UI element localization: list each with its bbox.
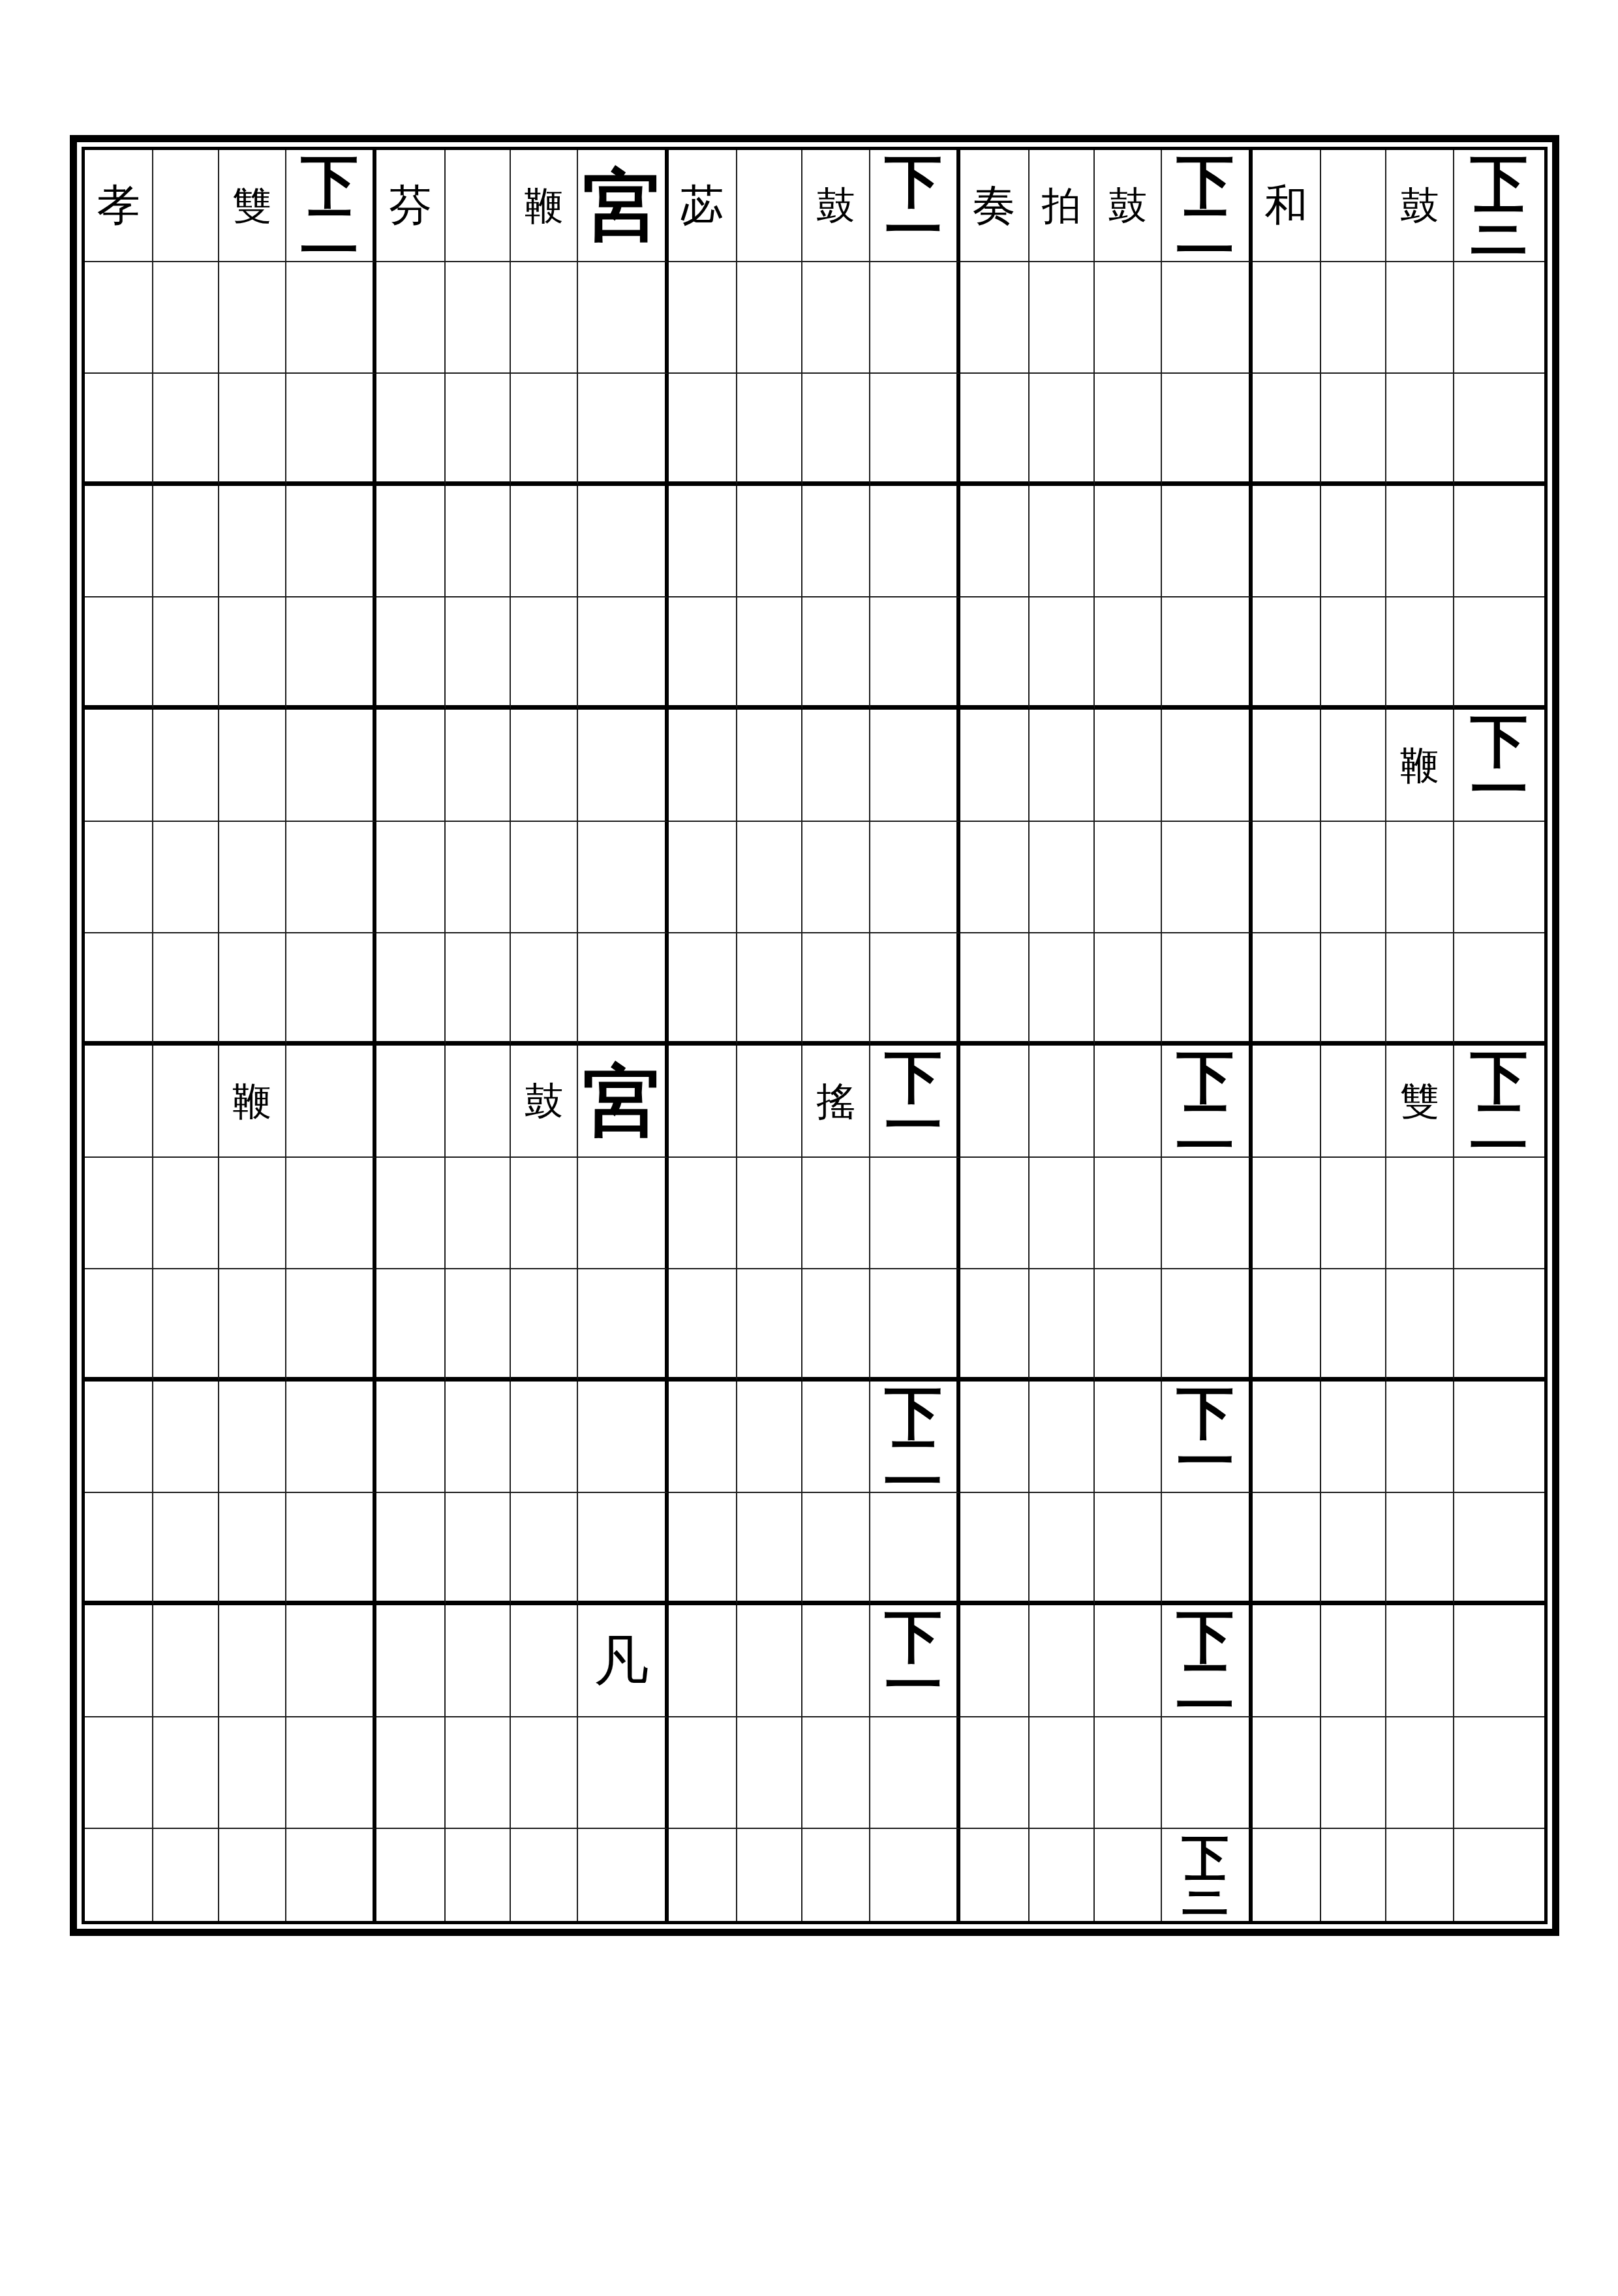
pitch-sign: 下一 bbox=[885, 1612, 942, 1710]
cell-r4-c12 bbox=[870, 486, 960, 598]
cell-r7-c3 bbox=[219, 822, 286, 934]
cell-r5-c7 bbox=[511, 597, 578, 710]
cell-r11-c4 bbox=[286, 1269, 376, 1382]
pitch-char: 一 bbox=[885, 1101, 942, 1150]
cell-r8-c15 bbox=[1095, 933, 1162, 1046]
cell-r12-c11 bbox=[802, 1382, 870, 1494]
cell-r11-c12 bbox=[870, 1269, 960, 1382]
cell-r9-c9 bbox=[669, 1046, 737, 1158]
cell-r10-c8 bbox=[578, 1158, 668, 1270]
cell-r16-c18 bbox=[1321, 1829, 1386, 1921]
cell-r3-c4 bbox=[286, 374, 376, 486]
note-cell-r1-c19: 鼓 bbox=[1386, 150, 1454, 262]
percussion-glyph: 雙 bbox=[1400, 1081, 1439, 1121]
cell-r12-c2 bbox=[153, 1382, 219, 1494]
cell-r15-c19 bbox=[1386, 1717, 1454, 1830]
cell-r10-c14 bbox=[1030, 1158, 1095, 1270]
cell-r14-c17 bbox=[1253, 1605, 1321, 1717]
cell-r12-c6 bbox=[446, 1382, 511, 1494]
pitch-sign: 下二 bbox=[301, 157, 358, 254]
cell-r16-c8 bbox=[578, 1829, 668, 1921]
pitch-sign: 下一 bbox=[885, 157, 942, 254]
cell-r9-c18 bbox=[1321, 1046, 1386, 1158]
cell-r8-c11 bbox=[802, 933, 870, 1046]
cell-r12-c13 bbox=[960, 1382, 1029, 1494]
cell-r8-c12 bbox=[870, 933, 960, 1046]
cell-r7-c10 bbox=[737, 822, 802, 934]
cell-r8-c3 bbox=[219, 933, 286, 1046]
cell-r14-c13 bbox=[960, 1605, 1029, 1717]
cell-r13-c13 bbox=[960, 1493, 1029, 1605]
cell-r15-c11 bbox=[802, 1717, 870, 1830]
cell-r6-c3 bbox=[219, 710, 286, 822]
pitch-sign: 下一 bbox=[1176, 1388, 1234, 1486]
pitch-glyph: 宮 bbox=[583, 167, 660, 244]
cell-r7-c6 bbox=[446, 822, 511, 934]
cell-r16-c15 bbox=[1095, 1829, 1162, 1921]
cell-r16-c14 bbox=[1030, 1829, 1095, 1921]
cell-r3-c5 bbox=[376, 374, 445, 486]
cell-r3-c8 bbox=[578, 374, 668, 486]
cell-r2-c6 bbox=[446, 262, 511, 374]
note-cell-r1-c12: 下一 bbox=[870, 150, 960, 262]
cell-r2-c4 bbox=[286, 262, 376, 374]
cell-r10-c17 bbox=[1253, 1158, 1321, 1270]
cell-r2-c2 bbox=[153, 262, 219, 374]
cell-r14-c1 bbox=[85, 1605, 153, 1717]
pitch-char: 二 bbox=[1176, 1101, 1234, 1150]
cell-r11-c18 bbox=[1321, 1269, 1386, 1382]
cell-r10-c7 bbox=[511, 1158, 578, 1270]
note-cell-r9-c8: 宮 bbox=[578, 1046, 668, 1158]
cell-r13-c19 bbox=[1386, 1493, 1454, 1605]
cell-r10-c4 bbox=[286, 1158, 376, 1270]
cell-r12-c20 bbox=[1454, 1382, 1544, 1494]
cell-r5-c16 bbox=[1162, 597, 1252, 710]
cell-r1-c6 bbox=[446, 150, 511, 262]
percussion-glyph: 鼓 bbox=[1400, 186, 1439, 225]
pitch-char: 三 bbox=[1471, 205, 1528, 254]
cell-r11-c11 bbox=[802, 1269, 870, 1382]
cell-r8-c5 bbox=[376, 933, 445, 1046]
cell-r3-c1 bbox=[85, 374, 153, 486]
cell-r14-c14 bbox=[1030, 1605, 1095, 1717]
cell-r14-c2 bbox=[153, 1605, 219, 1717]
cell-r3-c10 bbox=[737, 374, 802, 486]
cell-r11-c8 bbox=[578, 1269, 668, 1382]
percussion-glyph: 鼓 bbox=[1108, 186, 1147, 225]
cell-r6-c17 bbox=[1253, 710, 1321, 822]
cell-r5-c11 bbox=[802, 597, 870, 710]
cell-r7-c18 bbox=[1321, 822, 1386, 934]
cell-r14-c18 bbox=[1321, 1605, 1386, 1717]
cell-r10-c19 bbox=[1386, 1158, 1454, 1270]
cell-r8-c2 bbox=[153, 933, 219, 1046]
cell-r6-c16 bbox=[1162, 710, 1252, 822]
note-cell-r9-c11: 搖 bbox=[802, 1046, 870, 1158]
cell-r9-c14 bbox=[1030, 1046, 1095, 1158]
cell-r5-c1 bbox=[85, 597, 153, 710]
cell-r11-c13 bbox=[960, 1269, 1029, 1382]
cell-r14-c11 bbox=[802, 1605, 870, 1717]
note-cell-r1-c8: 宮 bbox=[578, 150, 668, 262]
cell-r14-c3 bbox=[219, 1605, 286, 1717]
percussion-glyph: 鞭 bbox=[232, 1081, 271, 1121]
cell-r2-c1 bbox=[85, 262, 153, 374]
cell-r13-c12 bbox=[870, 1493, 960, 1605]
cell-r13-c10 bbox=[737, 1493, 802, 1605]
jeonggan-grid: 孝雙下二芬鞭宮苾鼓下一奏拍鼓下二和鼓下三鞭下一鞭鼓宮搖下一下二雙下二下二下一凡下… bbox=[82, 147, 1548, 1924]
pitch-char: 二 bbox=[1176, 1661, 1234, 1710]
cell-r1-c10 bbox=[737, 150, 802, 262]
cell-r13-c9 bbox=[669, 1493, 737, 1605]
cell-r2-c9 bbox=[669, 262, 737, 374]
pitch-sign: 下二 bbox=[1176, 1612, 1234, 1710]
cell-r13-c3 bbox=[219, 1493, 286, 1605]
cell-r5-c13 bbox=[960, 597, 1029, 710]
cell-r5-c20 bbox=[1454, 597, 1544, 710]
lyric-glyph: 和 bbox=[1264, 184, 1307, 227]
cell-r16-c19 bbox=[1386, 1829, 1454, 1921]
cell-r10-c12 bbox=[870, 1158, 960, 1270]
cell-r4-c6 bbox=[446, 486, 511, 598]
pitch-sign: 下二 bbox=[885, 1388, 942, 1486]
cell-r11-c16 bbox=[1162, 1269, 1252, 1382]
cell-r5-c9 bbox=[669, 597, 737, 710]
cell-r16-c5 bbox=[376, 1829, 445, 1921]
note-cell-r6-c19: 鞭 bbox=[1386, 710, 1454, 822]
cell-r11-c15 bbox=[1095, 1269, 1162, 1382]
cell-r5-c19 bbox=[1386, 597, 1454, 710]
cell-r7-c17 bbox=[1253, 822, 1321, 934]
cell-r4-c17 bbox=[1253, 486, 1321, 598]
pitch-char: 一 bbox=[885, 1661, 942, 1710]
cell-r2-c8 bbox=[578, 262, 668, 374]
cell-r4-c2 bbox=[153, 486, 219, 598]
cell-r9-c1 bbox=[85, 1046, 153, 1158]
pitch-sign: 下二 bbox=[1176, 157, 1234, 254]
cell-r2-c20 bbox=[1454, 262, 1544, 374]
cell-r3-c13 bbox=[960, 374, 1029, 486]
cell-r15-c13 bbox=[960, 1717, 1029, 1830]
note-cell-r1-c9: 苾 bbox=[669, 150, 737, 262]
pitch-char: 三 bbox=[1182, 1875, 1229, 1914]
cell-r11-c14 bbox=[1030, 1269, 1095, 1382]
cell-r14-c4 bbox=[286, 1605, 376, 1717]
cell-r1-c18 bbox=[1321, 150, 1386, 262]
cell-r2-c14 bbox=[1030, 262, 1095, 374]
cell-r15-c6 bbox=[446, 1717, 511, 1830]
cell-r3-c20 bbox=[1454, 374, 1544, 486]
cell-r15-c3 bbox=[219, 1717, 286, 1830]
cell-r12-c3 bbox=[219, 1382, 286, 1494]
cell-r5-c15 bbox=[1095, 597, 1162, 710]
cell-r11-c10 bbox=[737, 1269, 802, 1382]
cell-r7-c2 bbox=[153, 822, 219, 934]
cell-r5-c4 bbox=[286, 597, 376, 710]
cell-r12-c5 bbox=[376, 1382, 445, 1494]
cell-r2-c3 bbox=[219, 262, 286, 374]
cell-r12-c1 bbox=[85, 1382, 153, 1494]
note-cell-r14-c8: 凡 bbox=[578, 1605, 668, 1717]
cell-r7-c13 bbox=[960, 822, 1029, 934]
cell-r4-c10 bbox=[737, 486, 802, 598]
cell-r7-c7 bbox=[511, 822, 578, 934]
cell-r9-c2 bbox=[153, 1046, 219, 1158]
cell-r15-c14 bbox=[1030, 1717, 1095, 1830]
cell-r4-c3 bbox=[219, 486, 286, 598]
cell-r14-c19 bbox=[1386, 1605, 1454, 1717]
cell-r13-c11 bbox=[802, 1493, 870, 1605]
cell-r11-c3 bbox=[219, 1269, 286, 1382]
cell-r13-c4 bbox=[286, 1493, 376, 1605]
cell-r4-c9 bbox=[669, 486, 737, 598]
percussion-glyph: 雙 bbox=[232, 186, 271, 225]
cell-r4-c4 bbox=[286, 486, 376, 598]
cell-r8-c14 bbox=[1030, 933, 1095, 1046]
cell-r5-c5 bbox=[376, 597, 445, 710]
note-cell-r1-c5: 芬 bbox=[376, 150, 445, 262]
cell-r5-c12 bbox=[870, 597, 960, 710]
cell-r16-c7 bbox=[511, 1829, 578, 1921]
lyric-glyph: 苾 bbox=[680, 184, 724, 227]
pitch-char: 一 bbox=[885, 205, 942, 254]
cell-r4-c5 bbox=[376, 486, 445, 598]
lyric-glyph: 芬 bbox=[389, 184, 432, 227]
cell-r6-c1 bbox=[85, 710, 153, 822]
note-cell-r14-c12: 下一 bbox=[870, 1605, 960, 1717]
cell-r7-c14 bbox=[1030, 822, 1095, 934]
cell-r11-c1 bbox=[85, 1269, 153, 1382]
cell-r16-c4 bbox=[286, 1829, 376, 1921]
cell-r6-c5 bbox=[376, 710, 445, 822]
cell-r11-c6 bbox=[446, 1269, 511, 1382]
pitch-char: 二 bbox=[301, 205, 358, 254]
cell-r14-c6 bbox=[446, 1605, 511, 1717]
cell-r8-c7 bbox=[511, 933, 578, 1046]
percussion-glyph: 搖 bbox=[816, 1081, 855, 1121]
cell-r9-c10 bbox=[737, 1046, 802, 1158]
cell-r10-c10 bbox=[737, 1158, 802, 1270]
cell-r13-c20 bbox=[1454, 1493, 1544, 1605]
cell-r12-c9 bbox=[669, 1382, 737, 1494]
cell-r6-c12 bbox=[870, 710, 960, 822]
cell-r11-c5 bbox=[376, 1269, 445, 1382]
cell-r12-c7 bbox=[511, 1382, 578, 1494]
cell-r10-c16 bbox=[1162, 1158, 1252, 1270]
cell-r8-c20 bbox=[1454, 933, 1544, 1046]
cell-r15-c10 bbox=[737, 1717, 802, 1830]
cell-r13-c15 bbox=[1095, 1493, 1162, 1605]
pitch-char: 二 bbox=[1176, 205, 1234, 254]
lyric-glyph: 奏 bbox=[973, 184, 1016, 227]
cell-r14-c20 bbox=[1454, 1605, 1544, 1717]
cell-r16-c9 bbox=[669, 1829, 737, 1921]
cell-r13-c17 bbox=[1253, 1493, 1321, 1605]
cell-r10-c1 bbox=[85, 1158, 153, 1270]
cell-r10-c13 bbox=[960, 1158, 1029, 1270]
cell-r15-c5 bbox=[376, 1717, 445, 1830]
cell-r4-c1 bbox=[85, 486, 153, 598]
cell-r6-c10 bbox=[737, 710, 802, 822]
note-cell-r9-c19: 雙 bbox=[1386, 1046, 1454, 1158]
cell-r6-c9 bbox=[669, 710, 737, 822]
cell-r13-c18 bbox=[1321, 1493, 1386, 1605]
cell-r8-c13 bbox=[960, 933, 1029, 1046]
cell-r14-c7 bbox=[511, 1605, 578, 1717]
cell-r3-c16 bbox=[1162, 374, 1252, 486]
cell-r13-c16 bbox=[1162, 1493, 1252, 1605]
cell-r5-c8 bbox=[578, 597, 668, 710]
note-cell-r1-c13: 奏 bbox=[960, 150, 1029, 262]
note-cell-r1-c20: 下三 bbox=[1454, 150, 1544, 262]
cell-r15-c17 bbox=[1253, 1717, 1321, 1830]
pitch-char: 二 bbox=[1471, 1101, 1528, 1150]
cell-r10-c6 bbox=[446, 1158, 511, 1270]
cell-r3-c9 bbox=[669, 374, 737, 486]
cell-r9-c15 bbox=[1095, 1046, 1162, 1158]
note-cell-r1-c14: 拍 bbox=[1030, 150, 1095, 262]
percussion-glyph: 鼓 bbox=[816, 186, 855, 225]
cell-r8-c1 bbox=[85, 933, 153, 1046]
cell-r15-c12 bbox=[870, 1717, 960, 1830]
cell-r9-c17 bbox=[1253, 1046, 1321, 1158]
note-cell-r9-c7: 鼓 bbox=[511, 1046, 578, 1158]
note-cell-r1-c1: 孝 bbox=[85, 150, 153, 262]
cell-r4-c15 bbox=[1095, 486, 1162, 598]
cell-r16-c6 bbox=[446, 1829, 511, 1921]
cell-r3-c15 bbox=[1095, 374, 1162, 486]
note-cell-r1-c3: 雙 bbox=[219, 150, 286, 262]
cell-r5-c14 bbox=[1030, 597, 1095, 710]
cell-r15-c15 bbox=[1095, 1717, 1162, 1830]
cell-r7-c11 bbox=[802, 822, 870, 934]
cell-r15-c4 bbox=[286, 1717, 376, 1830]
cell-r10-c11 bbox=[802, 1158, 870, 1270]
cell-r8-c9 bbox=[669, 933, 737, 1046]
cell-r15-c16 bbox=[1162, 1717, 1252, 1830]
cell-r7-c20 bbox=[1454, 822, 1544, 934]
cell-r5-c3 bbox=[219, 597, 286, 710]
lyric-glyph: 孝 bbox=[97, 184, 140, 227]
cell-r6-c4 bbox=[286, 710, 376, 822]
cell-r15-c7 bbox=[511, 1717, 578, 1830]
cell-r11-c19 bbox=[1386, 1269, 1454, 1382]
cell-r4-c8 bbox=[578, 486, 668, 598]
cell-r12-c4 bbox=[286, 1382, 376, 1494]
note-cell-r16-c16: 下三 bbox=[1162, 1829, 1252, 1921]
pitch-char: 二 bbox=[885, 1437, 942, 1486]
pitch-sign: 下一 bbox=[1471, 716, 1528, 814]
cell-r4-c18 bbox=[1321, 486, 1386, 598]
cell-r16-c3 bbox=[219, 1829, 286, 1921]
cell-r10-c3 bbox=[219, 1158, 286, 1270]
cell-r5-c17 bbox=[1253, 597, 1321, 710]
cell-r11-c7 bbox=[511, 1269, 578, 1382]
cell-r16-c2 bbox=[153, 1829, 219, 1921]
cell-r3-c12 bbox=[870, 374, 960, 486]
note-cell-r9-c16: 下二 bbox=[1162, 1046, 1252, 1158]
cell-r7-c8 bbox=[578, 822, 668, 934]
pitch-sign: 下二 bbox=[1471, 1052, 1528, 1150]
cell-r6-c6 bbox=[446, 710, 511, 822]
cell-r2-c15 bbox=[1095, 262, 1162, 374]
cell-r4-c19 bbox=[1386, 486, 1454, 598]
cell-r2-c5 bbox=[376, 262, 445, 374]
score-frame: 孝雙下二芬鞭宮苾鼓下一奏拍鼓下二和鼓下三鞭下一鞭鼓宮搖下一下二雙下二下二下一凡下… bbox=[70, 135, 1559, 1936]
cell-r9-c5 bbox=[376, 1046, 445, 1158]
note-cell-r1-c4: 下二 bbox=[286, 150, 376, 262]
cell-r16-c13 bbox=[960, 1829, 1029, 1921]
cell-r16-c20 bbox=[1454, 1829, 1544, 1921]
cell-r5-c2 bbox=[153, 597, 219, 710]
cell-r4-c11 bbox=[802, 486, 870, 598]
cell-r7-c9 bbox=[669, 822, 737, 934]
note-cell-r1-c15: 鼓 bbox=[1095, 150, 1162, 262]
note-cell-r9-c12: 下一 bbox=[870, 1046, 960, 1158]
cell-r6-c13 bbox=[960, 710, 1029, 822]
cell-r10-c2 bbox=[153, 1158, 219, 1270]
cell-r2-c7 bbox=[511, 262, 578, 374]
note-cell-r9-c3: 鞭 bbox=[219, 1046, 286, 1158]
pitch-sign: 下三 bbox=[1182, 1837, 1229, 1914]
cell-r14-c10 bbox=[737, 1605, 802, 1717]
cell-r16-c12 bbox=[870, 1829, 960, 1921]
cell-r4-c13 bbox=[960, 486, 1029, 598]
cell-r13-c7 bbox=[511, 1493, 578, 1605]
cell-r2-c11 bbox=[802, 262, 870, 374]
cell-r7-c12 bbox=[870, 822, 960, 934]
cell-r16-c10 bbox=[737, 1829, 802, 1921]
note-cell-r9-c20: 下二 bbox=[1454, 1046, 1544, 1158]
cell-r3-c18 bbox=[1321, 374, 1386, 486]
cell-r8-c6 bbox=[446, 933, 511, 1046]
cell-r8-c16 bbox=[1162, 933, 1252, 1046]
cell-r2-c10 bbox=[737, 262, 802, 374]
pitch-sign: 下三 bbox=[1471, 157, 1528, 254]
cell-r4-c16 bbox=[1162, 486, 1252, 598]
cell-r13-c1 bbox=[85, 1493, 153, 1605]
percussion-glyph: 鞭 bbox=[1400, 746, 1439, 785]
cell-r15-c20 bbox=[1454, 1717, 1544, 1830]
cell-r2-c19 bbox=[1386, 262, 1454, 374]
note-cell-r12-c16: 下一 bbox=[1162, 1382, 1252, 1494]
cell-r13-c5 bbox=[376, 1493, 445, 1605]
cell-r2-c18 bbox=[1321, 262, 1386, 374]
cell-r8-c8 bbox=[578, 933, 668, 1046]
cell-r8-c18 bbox=[1321, 933, 1386, 1046]
note-cell-r1-c11: 鼓 bbox=[802, 150, 870, 262]
cell-r13-c2 bbox=[153, 1493, 219, 1605]
cell-r12-c19 bbox=[1386, 1382, 1454, 1494]
cell-r13-c14 bbox=[1030, 1493, 1095, 1605]
cell-r6-c15 bbox=[1095, 710, 1162, 822]
cell-r16-c11 bbox=[802, 1829, 870, 1921]
note-cell-r6-c20: 下一 bbox=[1454, 710, 1544, 822]
cell-r8-c4 bbox=[286, 933, 376, 1046]
cell-r12-c17 bbox=[1253, 1382, 1321, 1494]
note-cell-r14-c16: 下二 bbox=[1162, 1605, 1252, 1717]
cell-r14-c5 bbox=[376, 1605, 445, 1717]
cell-r6-c14 bbox=[1030, 710, 1095, 822]
cell-r9-c6 bbox=[446, 1046, 511, 1158]
cell-r3-c19 bbox=[1386, 374, 1454, 486]
cell-r10-c5 bbox=[376, 1158, 445, 1270]
cell-r14-c9 bbox=[669, 1605, 737, 1717]
cell-r12-c14 bbox=[1030, 1382, 1095, 1494]
cell-r11-c17 bbox=[1253, 1269, 1321, 1382]
pitch-char: 一 bbox=[1471, 765, 1528, 814]
